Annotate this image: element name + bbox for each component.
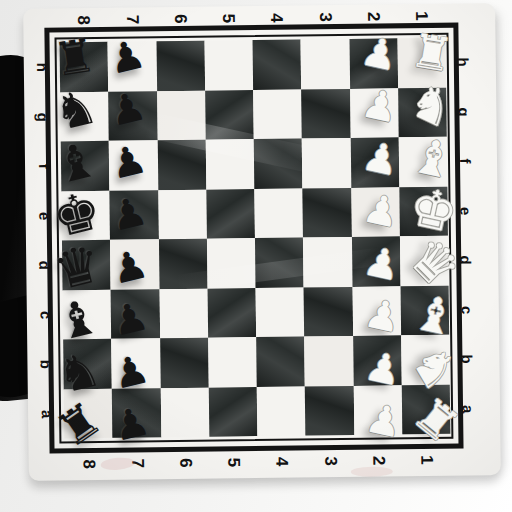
rank-label-bottom-8: 8 — [79, 459, 99, 469]
square-d3[interactable] — [303, 237, 352, 287]
square-d7[interactable]: ♟ — [110, 239, 159, 289]
square-g6[interactable] — [157, 90, 206, 140]
file-label-right-c: c — [458, 305, 475, 314]
piece-black-pawn-c7[interactable]: ♟ — [108, 295, 152, 342]
rank-label-bottom-3: 3 — [320, 456, 340, 466]
file-label-right-h: h — [455, 58, 472, 67]
square-d5[interactable] — [207, 238, 256, 288]
file-label-left-e: e — [36, 212, 53, 221]
file-label-left-g: g — [35, 112, 52, 121]
square-b1[interactable]: ♞ — [401, 335, 450, 385]
board-mat: 87654321 87654321 hgfedcba hgfedcba ♜♟♟♜… — [23, 3, 501, 481]
square-b2[interactable]: ♟ — [353, 335, 402, 385]
photo-scene: 87654321 87654321 hgfedcba hgfedcba ♜♟♟♜… — [0, 0, 512, 512]
piece-white-pawn-c2[interactable]: ♟ — [361, 292, 405, 339]
file-label-left-c: c — [37, 311, 54, 320]
rank-label-bottom-7: 7 — [127, 459, 147, 469]
square-d1[interactable]: ♛ — [400, 236, 449, 286]
piece-white-pawn-e2[interactable]: ♟ — [359, 187, 403, 234]
file-label-right-e: e — [457, 206, 474, 215]
rank-label-top-8: 8 — [73, 15, 93, 25]
square-c4[interactable] — [256, 287, 305, 337]
square-h3[interactable] — [301, 39, 350, 89]
square-d2[interactable]: ♟ — [351, 236, 400, 286]
square-c6[interactable] — [159, 288, 208, 338]
rank-label-top-5: 5 — [218, 14, 238, 24]
piece-black-rook-h8[interactable]: ♜ — [51, 31, 99, 83]
square-g5[interactable] — [205, 90, 254, 140]
square-c8[interactable]: ♝ — [63, 289, 112, 339]
square-g3[interactable] — [301, 88, 350, 138]
file-label-left-h: h — [34, 63, 51, 72]
file-label-left-f: f — [36, 164, 53, 169]
square-b6[interactable] — [160, 338, 209, 388]
square-d6[interactable] — [158, 239, 207, 289]
piece-white-pawn-b2[interactable]: ♟ — [361, 345, 405, 392]
square-g4[interactable] — [253, 89, 302, 139]
rank-label-bottom-6: 6 — [175, 458, 195, 468]
rank-label-top-3: 3 — [315, 12, 335, 22]
square-h5[interactable] — [204, 40, 253, 90]
chess-board: ♜♟♟♜♞♟♟♞♝♟♟♝♚♟♟♚♛♟♟♛♝♟♟♝♞♟♟♞♜♟♟♜ — [60, 38, 451, 439]
square-c7[interactable]: ♟ — [111, 289, 160, 339]
square-c2[interactable]: ♟ — [352, 286, 401, 336]
square-f7[interactable]: ♟ — [109, 140, 158, 190]
square-e2[interactable]: ♟ — [351, 187, 400, 237]
piece-black-pawn-e7[interactable]: ♟ — [107, 190, 151, 237]
square-e3[interactable] — [303, 187, 352, 237]
piece-white-rook-h1[interactable]: ♜ — [408, 27, 456, 79]
rank-labels-bottom: 87654321 — [65, 450, 451, 475]
piece-black-pawn-a7[interactable]: ♟ — [109, 400, 153, 447]
square-f2[interactable]: ♟ — [350, 137, 399, 187]
square-a6[interactable] — [160, 387, 209, 437]
rank-label-bottom-1: 1 — [416, 455, 436, 465]
square-f3[interactable] — [302, 138, 351, 188]
square-e6[interactable] — [158, 189, 207, 239]
square-h4[interactable] — [253, 40, 302, 90]
square-b5[interactable] — [208, 337, 257, 387]
square-e5[interactable] — [206, 189, 255, 239]
piece-black-pawn-b7[interactable]: ♟ — [109, 348, 153, 395]
square-d8[interactable]: ♛ — [62, 240, 111, 290]
piece-white-pawn-h2[interactable]: ♟ — [358, 30, 402, 77]
piece-white-pawn-d2[interactable]: ♟ — [360, 240, 404, 287]
square-f6[interactable] — [157, 140, 206, 190]
square-c3[interactable] — [304, 286, 353, 336]
file-label-right-f: f — [456, 159, 473, 164]
square-b7[interactable]: ♟ — [111, 338, 160, 388]
square-g7[interactable]: ♟ — [108, 91, 157, 141]
square-e7[interactable]: ♟ — [110, 190, 159, 240]
rank-label-bottom-4: 4 — [272, 457, 292, 467]
rank-label-top-6: 6 — [170, 14, 190, 24]
file-label-left-b: b — [38, 360, 55, 369]
square-e8[interactable]: ♚ — [61, 190, 110, 240]
piece-white-pawn-g2[interactable]: ♟ — [358, 82, 402, 129]
square-a5[interactable] — [209, 387, 258, 437]
square-a3[interactable] — [305, 385, 354, 435]
square-c1[interactable]: ♝ — [400, 285, 449, 335]
square-h6[interactable] — [156, 41, 205, 91]
square-b8[interactable]: ♞ — [63, 339, 112, 389]
square-f5[interactable] — [205, 139, 254, 189]
square-c5[interactable] — [207, 288, 256, 338]
rank-label-top-4: 4 — [266, 13, 286, 23]
square-e4[interactable] — [254, 188, 303, 238]
square-b4[interactable] — [256, 336, 305, 386]
rank-label-top-1: 1 — [411, 11, 431, 21]
square-d4[interactable] — [255, 237, 304, 287]
piece-black-pawn-g7[interactable]: ♟ — [106, 85, 150, 132]
piece-white-pawn-f2[interactable]: ♟ — [359, 135, 403, 182]
square-b3[interactable] — [304, 336, 353, 386]
rank-label-bottom-2: 2 — [368, 456, 388, 466]
piece-black-pawn-d7[interactable]: ♟ — [108, 243, 152, 290]
file-label-right-g: g — [456, 107, 473, 116]
rank-label-top-7: 7 — [122, 15, 142, 25]
square-f4[interactable] — [254, 139, 303, 189]
square-a4[interactable] — [257, 386, 306, 436]
rank-label-bottom-5: 5 — [224, 458, 244, 468]
piece-black-pawn-f7[interactable]: ♟ — [106, 138, 150, 185]
rank-label-top-2: 2 — [363, 12, 383, 22]
square-g2[interactable]: ♟ — [350, 88, 399, 138]
piece-white-pawn-a2[interactable]: ♟ — [362, 397, 406, 444]
